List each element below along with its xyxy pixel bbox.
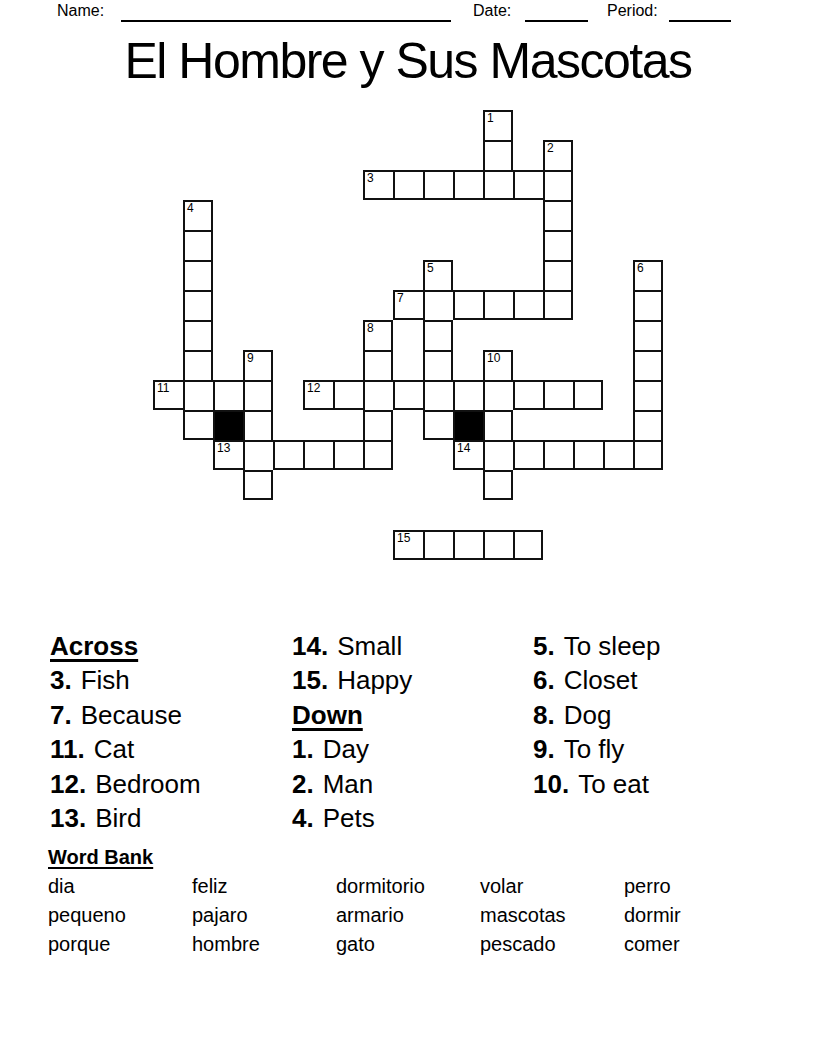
cell-r6c9[interactable] bbox=[423, 290, 453, 320]
cell-r11c14[interactable] bbox=[573, 440, 603, 470]
name-label: Name: bbox=[57, 2, 104, 20]
cell-number-13: 13 bbox=[217, 443, 230, 454]
cell-r8c7[interactable] bbox=[363, 350, 393, 380]
clue-text: To fly bbox=[564, 734, 625, 764]
cell-r11c10[interactable]: 14 bbox=[453, 440, 483, 470]
cell-r6c13[interactable] bbox=[543, 290, 573, 320]
cell-r2c13[interactable] bbox=[543, 170, 573, 200]
name-input-line[interactable] bbox=[121, 3, 451, 22]
clue-number: 13. bbox=[50, 803, 86, 833]
clue-column-1: Across3.Fish7.Because11.Cat12.Bedroom13.… bbox=[50, 629, 201, 835]
cell-r4c13[interactable] bbox=[543, 230, 573, 260]
cell-r7c16[interactable] bbox=[633, 320, 663, 350]
across-header: Across bbox=[50, 629, 201, 663]
word-bank-header: Word Bank bbox=[48, 846, 153, 869]
word-bank-item-comer: comer bbox=[624, 930, 768, 959]
cell-number-11: 11 bbox=[157, 383, 169, 394]
clue-number: 7. bbox=[50, 700, 72, 730]
word-bank-item-volar: volar bbox=[480, 872, 624, 901]
cell-r2c8[interactable] bbox=[393, 170, 423, 200]
clue-13: 13.Bird bbox=[50, 801, 201, 835]
cell-r11c2[interactable]: 13 bbox=[213, 440, 243, 470]
cell-number-10: 10 bbox=[487, 353, 500, 364]
cell-r8c9[interactable] bbox=[423, 350, 453, 380]
cell-r8c11[interactable]: 10 bbox=[483, 350, 513, 380]
clue-text: Bird bbox=[95, 803, 141, 833]
cell-r9c14[interactable] bbox=[573, 380, 603, 410]
cell-r11c7[interactable] bbox=[363, 440, 393, 470]
clue-9: 9.To fly bbox=[533, 732, 661, 766]
cell-number-8: 8 bbox=[367, 323, 374, 334]
clue-4: 4.Pets bbox=[292, 801, 412, 835]
cell-r11c12[interactable] bbox=[513, 440, 543, 470]
down-header: Down bbox=[292, 698, 412, 732]
clue-6: 6.Closet bbox=[533, 663, 661, 697]
cell-number-1: 1 bbox=[487, 113, 494, 124]
cell-r2c12[interactable] bbox=[513, 170, 543, 200]
cell-r14c10[interactable] bbox=[453, 530, 483, 560]
clue-text: Small bbox=[337, 631, 402, 661]
cell-r4c1[interactable] bbox=[183, 230, 213, 260]
clue-number: 12. bbox=[50, 769, 86, 799]
cell-r11c13[interactable] bbox=[543, 440, 573, 470]
cell-r9c16[interactable] bbox=[633, 380, 663, 410]
cell-r5c9[interactable]: 5 bbox=[423, 260, 453, 290]
cell-r6c16[interactable] bbox=[633, 290, 663, 320]
cell-r11c16[interactable] bbox=[633, 440, 663, 470]
date-label: Date: bbox=[473, 2, 511, 20]
word-bank-item-pajaro: pajaro bbox=[192, 901, 336, 930]
clue-number: 9. bbox=[533, 734, 555, 764]
clue-column-3: 5.To sleep6.Closet8.Dog9.To fly10.To eat bbox=[533, 629, 661, 801]
cell-r9c5[interactable]: 12 bbox=[303, 380, 333, 410]
cell-r5c16[interactable]: 6 bbox=[633, 260, 663, 290]
clue-number: 1. bbox=[292, 734, 314, 764]
clue-text: Dog bbox=[564, 700, 612, 730]
clue-text: Cat bbox=[94, 734, 134, 764]
cell-r5c13[interactable] bbox=[543, 260, 573, 290]
clue-column-2: 14.Small15.HappyDown1.Day2.Man4.Pets bbox=[292, 629, 412, 835]
clue-12: 12.Bedroom bbox=[50, 767, 201, 801]
word-bank-item-pequeno: pequeno bbox=[48, 901, 192, 930]
cell-r14c9[interactable] bbox=[423, 530, 453, 560]
cell-r2c9[interactable] bbox=[423, 170, 453, 200]
cell-r9c10[interactable] bbox=[453, 380, 483, 410]
clue-text: Man bbox=[323, 769, 374, 799]
cell-r3c13[interactable] bbox=[543, 200, 573, 230]
cell-r11c3[interactable] bbox=[243, 440, 273, 470]
clue-number: 5. bbox=[533, 631, 555, 661]
cell-r11c4[interactable] bbox=[273, 440, 303, 470]
period-label: Period: bbox=[607, 2, 658, 20]
word-bank-item-porque: porque bbox=[48, 930, 192, 959]
cell-r9c8[interactable] bbox=[393, 380, 423, 410]
cell-number-15: 15 bbox=[397, 533, 410, 544]
cell-r0c11[interactable]: 1 bbox=[483, 110, 513, 140]
cell-r1c13[interactable]: 2 bbox=[543, 140, 573, 170]
clue-number: 8. bbox=[533, 700, 555, 730]
cell-r2c10[interactable] bbox=[453, 170, 483, 200]
cell-r6c11[interactable] bbox=[483, 290, 513, 320]
cell-number-12: 12 bbox=[307, 383, 320, 394]
cell-r7c9[interactable] bbox=[423, 320, 453, 350]
word-bank-item-dormitorio: dormitorio bbox=[336, 872, 480, 901]
cell-r9c6[interactable] bbox=[333, 380, 363, 410]
clue-5: 5.To sleep bbox=[533, 629, 661, 663]
cell-r12c3[interactable] bbox=[243, 470, 273, 500]
cell-r10c3[interactable] bbox=[243, 410, 273, 440]
period-input-line[interactable] bbox=[669, 3, 731, 22]
clue-text: Happy bbox=[337, 665, 412, 695]
clue-11: 11.Cat bbox=[50, 732, 201, 766]
black-cell-r10c2 bbox=[213, 410, 243, 440]
word-bank-item-perro: perro bbox=[624, 872, 768, 901]
clue-text: Bedroom bbox=[95, 769, 201, 799]
clue-text: Pets bbox=[323, 803, 375, 833]
word-bank-item-dormir: dormir bbox=[624, 901, 768, 930]
cell-r14c11[interactable] bbox=[483, 530, 513, 560]
cell-r6c8[interactable]: 7 bbox=[393, 290, 423, 320]
clue-number: 3. bbox=[50, 665, 72, 695]
cell-r11c15[interactable] bbox=[603, 440, 633, 470]
date-input-line[interactable] bbox=[525, 3, 588, 22]
clue-7: 7.Because bbox=[50, 698, 201, 732]
clue-text: Because bbox=[81, 700, 182, 730]
cell-r6c10[interactable] bbox=[453, 290, 483, 320]
cell-r14c12[interactable] bbox=[513, 530, 543, 560]
cell-r8c1[interactable] bbox=[183, 350, 213, 380]
cell-r2c11[interactable] bbox=[483, 170, 513, 200]
cell-number-6: 6 bbox=[637, 263, 644, 274]
word-bank-item-hombre: hombre bbox=[192, 930, 336, 959]
cell-r1c11[interactable] bbox=[483, 140, 513, 170]
clue-3: 3.Fish bbox=[50, 663, 201, 697]
cell-number-5: 5 bbox=[427, 263, 434, 274]
word-bank-item-dia: dia bbox=[48, 872, 192, 901]
clue-text: Closet bbox=[564, 665, 638, 695]
clue-1: 1.Day bbox=[292, 732, 412, 766]
word-bank: diafelizdormitoriovolarperropequenopajar… bbox=[48, 872, 768, 959]
crossword-grid: 123456789101112131415 bbox=[153, 110, 663, 560]
word-bank-item-feliz: feliz bbox=[192, 872, 336, 901]
cell-r5c1[interactable] bbox=[183, 260, 213, 290]
cell-r3c1[interactable]: 4 bbox=[183, 200, 213, 230]
clue-8: 8.Dog bbox=[533, 698, 661, 732]
black-cell-r10c10 bbox=[453, 410, 483, 440]
cell-r6c1[interactable] bbox=[183, 290, 213, 320]
cell-r7c1[interactable] bbox=[183, 320, 213, 350]
clue-2: 2.Man bbox=[292, 767, 412, 801]
word-bank-item-mascotas: mascotas bbox=[480, 901, 624, 930]
cell-r2c7[interactable]: 3 bbox=[363, 170, 393, 200]
clue-number: 11. bbox=[50, 734, 85, 764]
puzzle-title: El Hombre y Sus Mascotas bbox=[0, 33, 816, 89]
cell-r9c9[interactable] bbox=[423, 380, 453, 410]
clue-number: 14. bbox=[292, 631, 328, 661]
cell-number-9: 9 bbox=[247, 353, 254, 364]
clue-text: To sleep bbox=[564, 631, 661, 661]
cell-number-4: 4 bbox=[187, 203, 194, 214]
cell-r9c12[interactable] bbox=[513, 380, 543, 410]
clue-15: 15.Happy bbox=[292, 663, 412, 697]
cell-r11c5[interactable] bbox=[303, 440, 333, 470]
cell-r11c6[interactable] bbox=[333, 440, 363, 470]
cell-r7c7[interactable]: 8 bbox=[363, 320, 393, 350]
cell-r9c13[interactable] bbox=[543, 380, 573, 410]
cell-r14c8[interactable]: 15 bbox=[393, 530, 423, 560]
clue-text: To eat bbox=[578, 769, 649, 799]
cell-number-14: 14 bbox=[457, 443, 470, 454]
clue-text: Fish bbox=[81, 665, 130, 695]
worksheet-page: Name: Date: Period: El Hombre y Sus Masc… bbox=[0, 0, 816, 1056]
cell-r12c11[interactable] bbox=[483, 470, 513, 500]
word-bank-item-gato: gato bbox=[336, 930, 480, 959]
clue-number: 6. bbox=[533, 665, 555, 695]
cell-r10c1[interactable] bbox=[183, 410, 213, 440]
clue-10: 10.To eat bbox=[533, 767, 661, 801]
cell-r8c3[interactable]: 9 bbox=[243, 350, 273, 380]
cell-r10c11[interactable] bbox=[483, 410, 513, 440]
cell-r11c11[interactable] bbox=[483, 440, 513, 470]
cell-r9c2[interactable] bbox=[213, 380, 243, 410]
word-bank-item-pescado: pescado bbox=[480, 930, 624, 959]
cell-r9c3[interactable] bbox=[243, 380, 273, 410]
cell-r6c12[interactable] bbox=[513, 290, 543, 320]
cell-r8c16[interactable] bbox=[633, 350, 663, 380]
cell-number-3: 3 bbox=[367, 173, 374, 184]
clue-number: 15. bbox=[292, 665, 328, 695]
clue-14: 14.Small bbox=[292, 629, 412, 663]
clue-number: 10. bbox=[533, 769, 569, 799]
cell-number-2: 2 bbox=[547, 143, 554, 154]
clue-number: 2. bbox=[292, 769, 314, 799]
cell-r9c0[interactable]: 11 bbox=[153, 380, 183, 410]
cell-r9c7[interactable] bbox=[363, 380, 393, 410]
clue-text: Day bbox=[323, 734, 369, 764]
cell-r10c7[interactable] bbox=[363, 410, 393, 440]
cell-number-7: 7 bbox=[397, 293, 404, 304]
word-bank-item-armario: armario bbox=[336, 901, 480, 930]
cell-r9c1[interactable] bbox=[183, 380, 213, 410]
cell-r10c16[interactable] bbox=[633, 410, 663, 440]
cell-r10c9[interactable] bbox=[423, 410, 453, 440]
clue-number: 4. bbox=[292, 803, 314, 833]
cell-r9c11[interactable] bbox=[483, 380, 513, 410]
